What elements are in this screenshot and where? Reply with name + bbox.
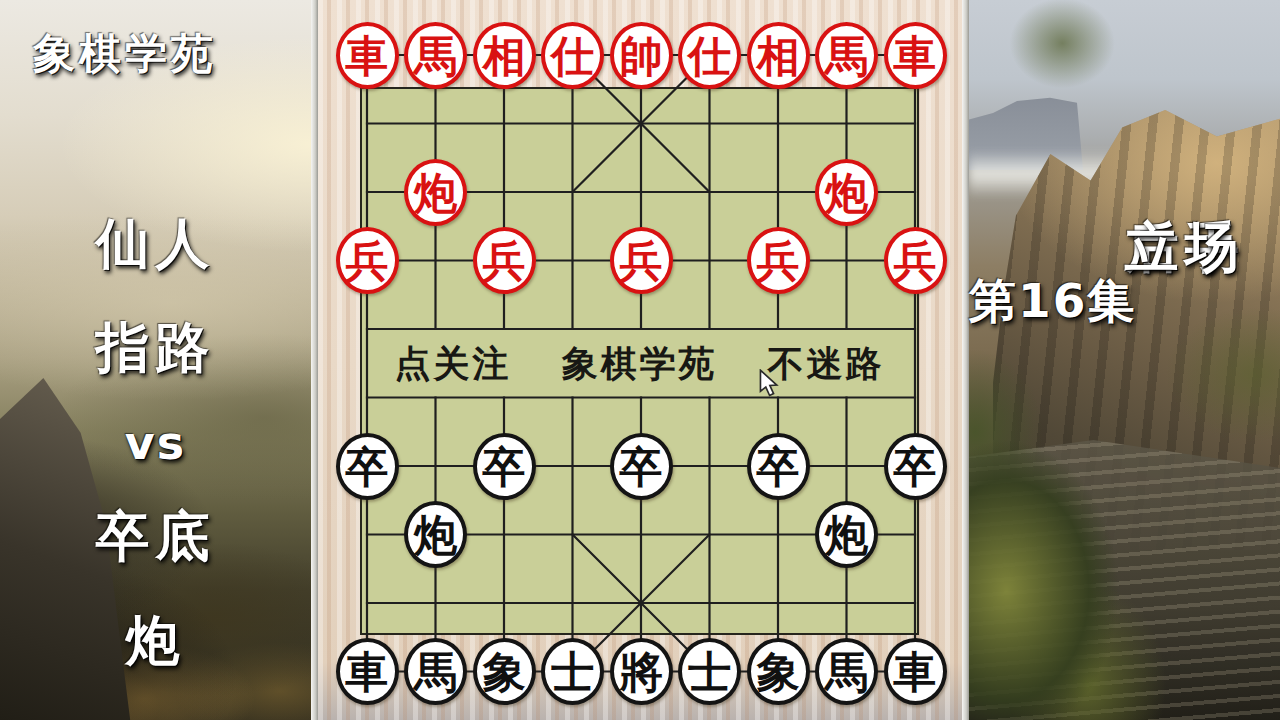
piece-glyph: 馬: [825, 35, 868, 78]
piece-black-cannon[interactable]: 炮: [815, 501, 878, 568]
piece-glyph: 相: [483, 35, 526, 78]
piece-red-soldier[interactable]: 兵: [473, 227, 536, 294]
piece-red-cannon[interactable]: 炮: [815, 159, 878, 226]
caption-line: 立场: [1125, 212, 1245, 285]
piece-red-horse[interactable]: 馬: [404, 22, 467, 89]
piece-red-soldier[interactable]: 兵: [336, 227, 399, 294]
piece-glyph: 車: [894, 35, 937, 78]
piece-glyph: 象: [483, 651, 526, 694]
caption-line: 仙人: [0, 208, 311, 281]
piece-glyph: 兵: [894, 240, 937, 283]
river-text-left: 点关注: [395, 340, 512, 389]
piece-black-advisor[interactable]: 士: [541, 638, 604, 705]
piece-glyph: 兵: [620, 240, 663, 283]
piece-glyph: 卒: [483, 446, 526, 489]
piece-black-chariot[interactable]: 車: [884, 638, 947, 705]
piece-glyph: 兵: [483, 240, 526, 283]
piece-glyph: 兵: [346, 240, 389, 283]
caption-line: 炮: [0, 605, 311, 678]
video-frame: 点关注 象棋学苑 不迷路 車馬相仕帥仕相馬車炮炮兵兵兵兵兵卒卒卒卒卒炮炮車馬象士…: [0, 0, 1280, 720]
caption-line: 卒底: [0, 501, 311, 574]
mouse-cursor: [757, 369, 783, 397]
piece-black-soldier[interactable]: 卒: [884, 433, 947, 500]
piece-black-elephant[interactable]: 象: [473, 638, 536, 705]
piece-glyph: 將: [620, 651, 663, 694]
episode-label: 第16集: [969, 270, 1136, 333]
piece-glyph: 卒: [757, 446, 800, 489]
piece-black-horse[interactable]: 馬: [815, 638, 878, 705]
piece-glyph: 象: [757, 651, 800, 694]
piece-red-elephant[interactable]: 相: [473, 22, 536, 89]
right-divider: [962, 0, 969, 720]
piece-red-general[interactable]: 帥: [610, 22, 673, 89]
piece-glyph: 卒: [346, 446, 389, 489]
piece-black-chariot[interactable]: 車: [336, 638, 399, 705]
piece-glyph: 卒: [894, 446, 937, 489]
piece-black-general[interactable]: 將: [610, 638, 673, 705]
piece-glyph: 炮: [825, 172, 868, 215]
piece-red-elephant[interactable]: 相: [747, 22, 810, 89]
river-text-right: 不迷路: [768, 340, 885, 389]
piece-red-advisor[interactable]: 仕: [541, 22, 604, 89]
piece-glyph: 仕: [688, 35, 731, 78]
piece-glyph: 士: [551, 651, 594, 694]
piece-red-soldier[interactable]: 兵: [747, 227, 810, 294]
piece-black-cannon[interactable]: 炮: [404, 501, 467, 568]
piece-red-chariot[interactable]: 車: [336, 22, 399, 89]
river-banner: 点关注 象棋学苑 不迷路: [361, 340, 918, 389]
piece-red-cannon[interactable]: 炮: [404, 159, 467, 226]
piece-glyph: 帥: [620, 35, 663, 78]
piece-black-horse[interactable]: 馬: [404, 638, 467, 705]
piece-glyph: 卒: [620, 446, 663, 489]
piece-red-soldier[interactable]: 兵: [610, 227, 673, 294]
piece-glyph: 馬: [825, 651, 868, 694]
piece-black-elephant[interactable]: 象: [747, 638, 810, 705]
piece-glyph: 仕: [551, 35, 594, 78]
piece-glyph: 相: [757, 35, 800, 78]
piece-red-soldier[interactable]: 兵: [884, 227, 947, 294]
piece-glyph: 兵: [757, 240, 800, 283]
piece-glyph: 車: [346, 35, 389, 78]
left-divider: [311, 0, 318, 720]
piece-red-chariot[interactable]: 車: [884, 22, 947, 89]
right-photo: [969, 0, 1280, 720]
opening-caption: 仙人 指路 vs 卒底 炮: [0, 208, 311, 709]
piece-glyph: 車: [346, 651, 389, 694]
piece-glyph: 炮: [414, 514, 457, 557]
piece-black-soldier[interactable]: 卒: [610, 433, 673, 500]
caption-vs: vs: [0, 416, 311, 470]
trees: [969, 0, 1280, 720]
piece-glyph: 車: [894, 651, 937, 694]
piece-black-soldier[interactable]: 卒: [747, 433, 810, 500]
piece-glyph: 馬: [414, 35, 457, 78]
board-panel: 点关注 象棋学苑 不迷路 車馬相仕帥仕相馬車炮炮兵兵兵兵兵卒卒卒卒卒炮炮車馬象士…: [318, 0, 962, 720]
river-text-center: 象棋学苑: [562, 340, 718, 389]
channel-title: 象棋学苑: [33, 26, 217, 82]
piece-black-soldier[interactable]: 卒: [473, 433, 536, 500]
piece-red-horse[interactable]: 馬: [815, 22, 878, 89]
piece-black-advisor[interactable]: 士: [678, 638, 741, 705]
piece-glyph: 馬: [414, 651, 457, 694]
piece-red-advisor[interactable]: 仕: [678, 22, 741, 89]
piece-glyph: 炮: [825, 514, 868, 557]
piece-glyph: 炮: [414, 172, 457, 215]
piece-glyph: 士: [688, 651, 731, 694]
piece-black-soldier[interactable]: 卒: [336, 433, 399, 500]
caption-line: 指路: [0, 312, 311, 385]
